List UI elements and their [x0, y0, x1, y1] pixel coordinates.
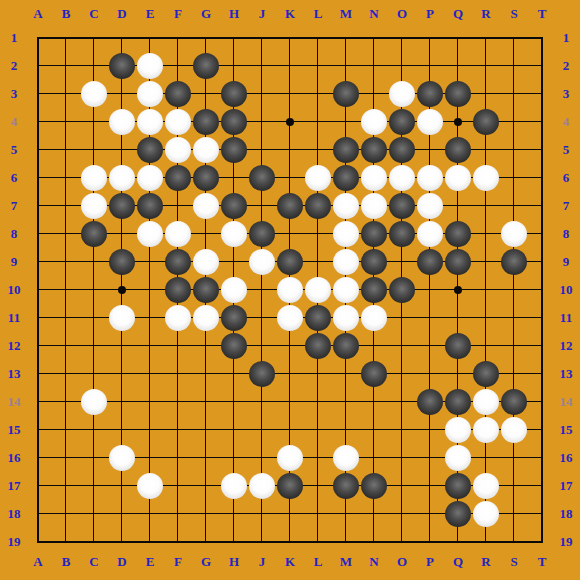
intersection-G14[interactable] — [192, 388, 220, 416]
intersection-A12[interactable] — [24, 332, 52, 360]
intersection-L16[interactable] — [304, 444, 332, 472]
intersection-N7[interactable] — [360, 192, 388, 220]
intersection-O15[interactable] — [388, 416, 416, 444]
intersection-T16[interactable] — [528, 444, 556, 472]
intersection-E15[interactable] — [136, 416, 164, 444]
intersection-R6[interactable] — [472, 164, 500, 192]
intersection-O17[interactable] — [388, 472, 416, 500]
intersection-H2[interactable] — [220, 52, 248, 80]
intersection-B12[interactable] — [52, 332, 80, 360]
intersection-A17[interactable] — [24, 472, 52, 500]
intersection-G7[interactable] — [192, 192, 220, 220]
intersection-A11[interactable] — [24, 304, 52, 332]
intersection-A10[interactable] — [24, 276, 52, 304]
intersection-R13[interactable] — [472, 360, 500, 388]
intersection-T4[interactable] — [528, 108, 556, 136]
intersection-O9[interactable] — [388, 248, 416, 276]
intersection-N4[interactable] — [360, 108, 388, 136]
intersection-F15[interactable] — [164, 416, 192, 444]
intersection-R7[interactable] — [472, 192, 500, 220]
intersection-J16[interactable] — [248, 444, 276, 472]
intersection-R17[interactable] — [472, 472, 500, 500]
intersection-H18[interactable] — [220, 500, 248, 528]
intersection-B15[interactable] — [52, 416, 80, 444]
intersection-T17[interactable] — [528, 472, 556, 500]
intersection-A2[interactable] — [24, 52, 52, 80]
intersection-P5[interactable] — [416, 136, 444, 164]
intersection-P9[interactable] — [416, 248, 444, 276]
intersection-P14[interactable] — [416, 388, 444, 416]
intersection-R11[interactable] — [472, 304, 500, 332]
intersection-D8[interactable] — [108, 220, 136, 248]
intersection-T6[interactable] — [528, 164, 556, 192]
intersection-K7[interactable] — [276, 192, 304, 220]
intersection-L5[interactable] — [304, 136, 332, 164]
intersection-C11[interactable] — [80, 304, 108, 332]
intersection-C6[interactable] — [80, 164, 108, 192]
intersection-G13[interactable] — [192, 360, 220, 388]
intersection-F4[interactable] — [164, 108, 192, 136]
intersection-O4[interactable] — [388, 108, 416, 136]
intersection-G15[interactable] — [192, 416, 220, 444]
intersection-D3[interactable] — [108, 80, 136, 108]
intersection-M9[interactable] — [332, 248, 360, 276]
intersection-S13[interactable] — [500, 360, 528, 388]
intersection-F11[interactable] — [164, 304, 192, 332]
intersection-O18[interactable] — [388, 500, 416, 528]
intersection-S15[interactable] — [500, 416, 528, 444]
intersection-N3[interactable] — [360, 80, 388, 108]
intersection-O16[interactable] — [388, 444, 416, 472]
intersection-B8[interactable] — [52, 220, 80, 248]
intersection-Q3[interactable] — [444, 80, 472, 108]
intersection-L18[interactable] — [304, 500, 332, 528]
intersection-Q10[interactable] — [444, 276, 472, 304]
intersection-K15[interactable] — [276, 416, 304, 444]
intersection-M10[interactable] — [332, 276, 360, 304]
intersection-M4[interactable] — [332, 108, 360, 136]
intersection-B1[interactable] — [52, 24, 80, 52]
intersection-B9[interactable] — [52, 248, 80, 276]
intersection-H14[interactable] — [220, 388, 248, 416]
intersection-D16[interactable] — [108, 444, 136, 472]
intersection-F14[interactable] — [164, 388, 192, 416]
intersection-T11[interactable] — [528, 304, 556, 332]
intersection-C2[interactable] — [80, 52, 108, 80]
intersection-N9[interactable] — [360, 248, 388, 276]
intersection-R1[interactable] — [472, 24, 500, 52]
intersection-D14[interactable] — [108, 388, 136, 416]
intersection-F6[interactable] — [164, 164, 192, 192]
intersection-L4[interactable] — [304, 108, 332, 136]
intersection-Q2[interactable] — [444, 52, 472, 80]
intersection-S3[interactable] — [500, 80, 528, 108]
intersection-Q13[interactable] — [444, 360, 472, 388]
intersection-K11[interactable] — [276, 304, 304, 332]
intersection-K8[interactable] — [276, 220, 304, 248]
intersection-A3[interactable] — [24, 80, 52, 108]
intersection-K5[interactable] — [276, 136, 304, 164]
intersection-T9[interactable] — [528, 248, 556, 276]
intersection-S10[interactable] — [500, 276, 528, 304]
intersection-A9[interactable] — [24, 248, 52, 276]
intersection-P18[interactable] — [416, 500, 444, 528]
intersection-M11[interactable] — [332, 304, 360, 332]
intersection-A1[interactable] — [24, 24, 52, 52]
intersection-N8[interactable] — [360, 220, 388, 248]
intersection-G3[interactable] — [192, 80, 220, 108]
intersection-Q4[interactable] — [444, 108, 472, 136]
intersection-E6[interactable] — [136, 164, 164, 192]
intersection-L6[interactable] — [304, 164, 332, 192]
intersection-S12[interactable] — [500, 332, 528, 360]
intersection-B18[interactable] — [52, 500, 80, 528]
intersection-R15[interactable] — [472, 416, 500, 444]
intersection-P7[interactable] — [416, 192, 444, 220]
intersection-O14[interactable] — [388, 388, 416, 416]
intersection-F10[interactable] — [164, 276, 192, 304]
intersection-O12[interactable] — [388, 332, 416, 360]
intersection-J18[interactable] — [248, 500, 276, 528]
intersection-H16[interactable] — [220, 444, 248, 472]
intersection-S8[interactable] — [500, 220, 528, 248]
intersection-S4[interactable] — [500, 108, 528, 136]
intersection-E17[interactable] — [136, 472, 164, 500]
intersection-P1[interactable] — [416, 24, 444, 52]
intersection-J2[interactable] — [248, 52, 276, 80]
intersection-K13[interactable] — [276, 360, 304, 388]
intersection-J17[interactable] — [248, 472, 276, 500]
intersection-T7[interactable] — [528, 192, 556, 220]
intersection-M17[interactable] — [332, 472, 360, 500]
intersection-E2[interactable] — [136, 52, 164, 80]
intersection-A6[interactable] — [24, 164, 52, 192]
intersection-A15[interactable] — [24, 416, 52, 444]
intersection-H5[interactable] — [220, 136, 248, 164]
intersection-M6[interactable] — [332, 164, 360, 192]
intersection-S9[interactable] — [500, 248, 528, 276]
intersection-G6[interactable] — [192, 164, 220, 192]
intersection-L10[interactable] — [304, 276, 332, 304]
intersection-S7[interactable] — [500, 192, 528, 220]
intersection-P11[interactable] — [416, 304, 444, 332]
intersection-L11[interactable] — [304, 304, 332, 332]
intersection-J14[interactable] — [248, 388, 276, 416]
intersection-F17[interactable] — [164, 472, 192, 500]
intersection-B2[interactable] — [52, 52, 80, 80]
intersection-N17[interactable] — [360, 472, 388, 500]
intersection-J12[interactable] — [248, 332, 276, 360]
intersection-H1[interactable] — [220, 24, 248, 52]
intersection-C1[interactable] — [80, 24, 108, 52]
intersection-J5[interactable] — [248, 136, 276, 164]
intersection-J10[interactable] — [248, 276, 276, 304]
intersection-T12[interactable] — [528, 332, 556, 360]
intersection-S11[interactable] — [500, 304, 528, 332]
intersection-E4[interactable] — [136, 108, 164, 136]
intersection-D2[interactable] — [108, 52, 136, 80]
intersection-Q14[interactable] — [444, 388, 472, 416]
intersection-E13[interactable] — [136, 360, 164, 388]
intersection-H6[interactable] — [220, 164, 248, 192]
intersection-B3[interactable] — [52, 80, 80, 108]
intersection-L15[interactable] — [304, 416, 332, 444]
intersection-H11[interactable] — [220, 304, 248, 332]
intersection-E11[interactable] — [136, 304, 164, 332]
intersection-C5[interactable] — [80, 136, 108, 164]
intersection-J6[interactable] — [248, 164, 276, 192]
intersection-M16[interactable] — [332, 444, 360, 472]
intersection-D15[interactable] — [108, 416, 136, 444]
intersection-O5[interactable] — [388, 136, 416, 164]
intersection-E9[interactable] — [136, 248, 164, 276]
intersection-G16[interactable] — [192, 444, 220, 472]
intersection-L1[interactable] — [304, 24, 332, 52]
intersection-J7[interactable] — [248, 192, 276, 220]
intersection-P15[interactable] — [416, 416, 444, 444]
intersection-R16[interactable] — [472, 444, 500, 472]
intersection-M5[interactable] — [332, 136, 360, 164]
intersection-N18[interactable] — [360, 500, 388, 528]
intersection-M14[interactable] — [332, 388, 360, 416]
intersection-H15[interactable] — [220, 416, 248, 444]
intersection-T13[interactable] — [528, 360, 556, 388]
intersection-L13[interactable] — [304, 360, 332, 388]
intersection-O11[interactable] — [388, 304, 416, 332]
intersection-Q6[interactable] — [444, 164, 472, 192]
intersection-M12[interactable] — [332, 332, 360, 360]
intersection-G18[interactable] — [192, 500, 220, 528]
intersection-P12[interactable] — [416, 332, 444, 360]
intersection-D13[interactable] — [108, 360, 136, 388]
intersection-M7[interactable] — [332, 192, 360, 220]
intersection-B16[interactable] — [52, 444, 80, 472]
intersection-G4[interactable] — [192, 108, 220, 136]
intersection-S2[interactable] — [500, 52, 528, 80]
intersection-T1[interactable] — [528, 24, 556, 52]
intersection-A4[interactable] — [24, 108, 52, 136]
intersection-R3[interactable] — [472, 80, 500, 108]
intersection-C18[interactable] — [80, 500, 108, 528]
intersection-C7[interactable] — [80, 192, 108, 220]
intersection-K17[interactable] — [276, 472, 304, 500]
intersection-E8[interactable] — [136, 220, 164, 248]
intersection-Q8[interactable] — [444, 220, 472, 248]
intersection-K16[interactable] — [276, 444, 304, 472]
intersection-F1[interactable] — [164, 24, 192, 52]
intersection-D5[interactable] — [108, 136, 136, 164]
intersection-N12[interactable] — [360, 332, 388, 360]
intersection-E14[interactable] — [136, 388, 164, 416]
intersection-O13[interactable] — [388, 360, 416, 388]
intersection-G11[interactable] — [192, 304, 220, 332]
intersection-R8[interactable] — [472, 220, 500, 248]
intersection-G12[interactable] — [192, 332, 220, 360]
intersection-H17[interactable] — [220, 472, 248, 500]
intersection-B14[interactable] — [52, 388, 80, 416]
intersection-K1[interactable] — [276, 24, 304, 52]
intersection-A7[interactable] — [24, 192, 52, 220]
intersection-O2[interactable] — [388, 52, 416, 80]
intersection-K14[interactable] — [276, 388, 304, 416]
intersection-C3[interactable] — [80, 80, 108, 108]
intersection-F7[interactable] — [164, 192, 192, 220]
intersection-G8[interactable] — [192, 220, 220, 248]
intersection-S6[interactable] — [500, 164, 528, 192]
intersection-L2[interactable] — [304, 52, 332, 80]
intersection-N13[interactable] — [360, 360, 388, 388]
intersection-M8[interactable] — [332, 220, 360, 248]
intersection-C17[interactable] — [80, 472, 108, 500]
intersection-F8[interactable] — [164, 220, 192, 248]
intersection-J11[interactable] — [248, 304, 276, 332]
intersection-L14[interactable] — [304, 388, 332, 416]
intersection-M1[interactable] — [332, 24, 360, 52]
intersection-P4[interactable] — [416, 108, 444, 136]
intersection-R14[interactable] — [472, 388, 500, 416]
intersection-P3[interactable] — [416, 80, 444, 108]
intersection-G1[interactable] — [192, 24, 220, 52]
intersection-N15[interactable] — [360, 416, 388, 444]
intersection-Q17[interactable] — [444, 472, 472, 500]
intersection-B6[interactable] — [52, 164, 80, 192]
intersection-N1[interactable] — [360, 24, 388, 52]
intersection-E3[interactable] — [136, 80, 164, 108]
intersection-J9[interactable] — [248, 248, 276, 276]
intersection-R4[interactable] — [472, 108, 500, 136]
intersection-T10[interactable] — [528, 276, 556, 304]
intersection-T5[interactable] — [528, 136, 556, 164]
intersection-D4[interactable] — [108, 108, 136, 136]
intersection-H13[interactable] — [220, 360, 248, 388]
intersection-L17[interactable] — [304, 472, 332, 500]
intersection-S1[interactable] — [500, 24, 528, 52]
intersection-C15[interactable] — [80, 416, 108, 444]
intersection-Q5[interactable] — [444, 136, 472, 164]
intersection-K6[interactable] — [276, 164, 304, 192]
intersection-P8[interactable] — [416, 220, 444, 248]
intersection-G10[interactable] — [192, 276, 220, 304]
intersection-Q15[interactable] — [444, 416, 472, 444]
intersection-F18[interactable] — [164, 500, 192, 528]
intersection-D12[interactable] — [108, 332, 136, 360]
intersection-C8[interactable] — [80, 220, 108, 248]
intersection-S16[interactable] — [500, 444, 528, 472]
intersection-M2[interactable] — [332, 52, 360, 80]
intersection-N5[interactable] — [360, 136, 388, 164]
intersection-F9[interactable] — [164, 248, 192, 276]
intersection-Q11[interactable] — [444, 304, 472, 332]
intersection-D9[interactable] — [108, 248, 136, 276]
intersection-D1[interactable] — [108, 24, 136, 52]
intersection-F16[interactable] — [164, 444, 192, 472]
intersection-G5[interactable] — [192, 136, 220, 164]
intersection-J1[interactable] — [248, 24, 276, 52]
intersection-S18[interactable] — [500, 500, 528, 528]
intersection-E12[interactable] — [136, 332, 164, 360]
intersection-T3[interactable] — [528, 80, 556, 108]
intersection-F3[interactable] — [164, 80, 192, 108]
intersection-E10[interactable] — [136, 276, 164, 304]
intersection-E16[interactable] — [136, 444, 164, 472]
intersection-P10[interactable] — [416, 276, 444, 304]
intersection-J15[interactable] — [248, 416, 276, 444]
intersection-J13[interactable] — [248, 360, 276, 388]
intersection-L8[interactable] — [304, 220, 332, 248]
intersection-A13[interactable] — [24, 360, 52, 388]
intersection-K4[interactable] — [276, 108, 304, 136]
intersection-H7[interactable] — [220, 192, 248, 220]
intersection-B5[interactable] — [52, 136, 80, 164]
intersection-H10[interactable] — [220, 276, 248, 304]
intersection-H4[interactable] — [220, 108, 248, 136]
intersection-K2[interactable] — [276, 52, 304, 80]
intersection-L12[interactable] — [304, 332, 332, 360]
intersection-H9[interactable] — [220, 248, 248, 276]
intersection-F13[interactable] — [164, 360, 192, 388]
intersection-R2[interactable] — [472, 52, 500, 80]
intersection-B4[interactable] — [52, 108, 80, 136]
intersection-J4[interactable] — [248, 108, 276, 136]
intersection-B13[interactable] — [52, 360, 80, 388]
intersection-C4[interactable] — [80, 108, 108, 136]
intersection-A14[interactable] — [24, 388, 52, 416]
intersection-L9[interactable] — [304, 248, 332, 276]
intersection-E7[interactable] — [136, 192, 164, 220]
intersection-O1[interactable] — [388, 24, 416, 52]
intersection-N11[interactable] — [360, 304, 388, 332]
intersection-H3[interactable] — [220, 80, 248, 108]
intersection-O7[interactable] — [388, 192, 416, 220]
intersection-N2[interactable] — [360, 52, 388, 80]
intersection-P2[interactable] — [416, 52, 444, 80]
intersection-R10[interactable] — [472, 276, 500, 304]
intersection-M18[interactable] — [332, 500, 360, 528]
intersection-D17[interactable] — [108, 472, 136, 500]
intersection-T2[interactable] — [528, 52, 556, 80]
intersection-K18[interactable] — [276, 500, 304, 528]
intersection-A5[interactable] — [24, 136, 52, 164]
intersection-A18[interactable] — [24, 500, 52, 528]
intersection-N6[interactable] — [360, 164, 388, 192]
intersection-C12[interactable] — [80, 332, 108, 360]
intersection-S14[interactable] — [500, 388, 528, 416]
intersection-H8[interactable] — [220, 220, 248, 248]
intersection-M15[interactable] — [332, 416, 360, 444]
intersection-G17[interactable] — [192, 472, 220, 500]
intersection-B17[interactable] — [52, 472, 80, 500]
intersection-B7[interactable] — [52, 192, 80, 220]
intersection-Q18[interactable] — [444, 500, 472, 528]
intersection-P16[interactable] — [416, 444, 444, 472]
intersection-P6[interactable] — [416, 164, 444, 192]
intersection-O10[interactable] — [388, 276, 416, 304]
intersection-A16[interactable] — [24, 444, 52, 472]
intersection-C9[interactable] — [80, 248, 108, 276]
intersection-E5[interactable] — [136, 136, 164, 164]
intersection-S5[interactable] — [500, 136, 528, 164]
intersection-K12[interactable] — [276, 332, 304, 360]
intersection-B11[interactable] — [52, 304, 80, 332]
intersection-D6[interactable] — [108, 164, 136, 192]
intersection-G9[interactable] — [192, 248, 220, 276]
intersection-Q7[interactable] — [444, 192, 472, 220]
intersection-R18[interactable] — [472, 500, 500, 528]
intersection-C14[interactable] — [80, 388, 108, 416]
intersection-T14[interactable] — [528, 388, 556, 416]
intersection-R9[interactable] — [472, 248, 500, 276]
intersection-H12[interactable] — [220, 332, 248, 360]
